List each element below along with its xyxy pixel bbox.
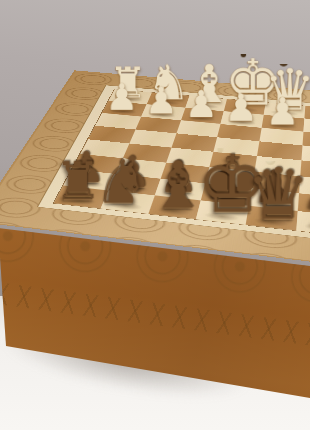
square-g4[interactable] <box>129 130 176 148</box>
piece-shadow <box>267 122 299 130</box>
photo-frame: ♜♞♝♚♛♝♞♜♟♟♟♟♟♟♟♟♟♟♟♟♟♟♟♟♜♞♝♚♛♝♞♜ <box>0 0 310 430</box>
white-rook[interactable]: ♜ <box>109 63 147 102</box>
black-queen[interactable]: ♛ <box>246 161 295 226</box>
square-c3[interactable] <box>302 132 310 150</box>
piece-shadow <box>308 126 310 135</box>
square-h4[interactable] <box>88 126 135 144</box>
white-queen[interactable]: ♛ <box>264 64 303 116</box>
white-bishop[interactable]: ♝ <box>305 70 310 119</box>
square-e8[interactable]: ♚ <box>196 201 249 225</box>
square-h2[interactable]: ♟ <box>102 101 146 117</box>
square-e1[interactable]: ♚ <box>224 99 266 115</box>
square-c8[interactable]: ♝ <box>296 211 310 236</box>
white-knight[interactable]: ♞ <box>147 61 185 105</box>
square-g1[interactable]: ♞ <box>147 93 190 108</box>
square-f3[interactable] <box>176 120 221 137</box>
white-pawn[interactable]: ♟ <box>304 98 310 133</box>
black-king[interactable]: ♚ <box>197 148 246 221</box>
white-pawn[interactable]: ♟ <box>181 87 221 121</box>
square-f1[interactable]: ♝ <box>185 96 227 111</box>
square-d2[interactable]: ♟ <box>262 115 305 132</box>
piece-shadow <box>186 114 218 122</box>
piece-shadow <box>151 99 182 107</box>
square-h3[interactable] <box>95 113 141 130</box>
square-c1[interactable]: ♝ <box>304 106 310 122</box>
piece-shadow <box>229 106 260 114</box>
piece-shadow <box>146 111 178 119</box>
scene: ♜♞♝♚♛♝♞♜♟♟♟♟♟♟♟♟♟♟♟♟♟♟♟♟♜♞♝♚♛♝♞♜ <box>0 0 310 430</box>
piece-shadow <box>309 113 310 121</box>
board-grid: ♜♞♝♚♛♝♞♜♟♟♟♟♟♟♟♟♟♟♟♟♟♟♟♟♜♞♝♚♛♝♞♜ <box>53 89 310 249</box>
square-e2[interactable]: ♟ <box>221 111 264 128</box>
black-rook[interactable]: ♜ <box>54 156 101 205</box>
square-g2[interactable]: ♟ <box>141 104 185 120</box>
white-pawn[interactable]: ♟ <box>262 94 302 129</box>
black-bishop[interactable]: ♝ <box>148 156 196 216</box>
square-g3[interactable] <box>135 116 180 133</box>
white-pawn[interactable]: ♟ <box>221 91 261 125</box>
white-bishop[interactable]: ♝ <box>185 61 224 109</box>
piece-shadow <box>190 102 221 110</box>
square-c2[interactable]: ♟ <box>303 118 310 135</box>
white-pawn[interactable]: ♟ <box>141 84 180 118</box>
square-f8[interactable]: ♝ <box>148 196 201 220</box>
black-bishop[interactable]: ♝ <box>297 171 310 233</box>
piece-shadow <box>226 118 258 126</box>
piece-shadow <box>269 109 300 117</box>
board-top: ♜♞♝♚♛♝♞♜♟♟♟♟♟♟♟♟♟♟♟♟♟♟♟♟♜♞♝♚♛♝♞♜ <box>0 70 310 289</box>
chess-box: ♜♞♝♚♛♝♞♜♟♟♟♟♟♟♟♟♟♟♟♟♟♟♟♟♜♞♝♚♛♝♞♜ <box>0 70 310 289</box>
piece-shadow <box>107 107 139 115</box>
square-d1[interactable]: ♛ <box>264 103 305 119</box>
square-h1[interactable]: ♜ <box>109 89 152 104</box>
black-knight[interactable]: ♞ <box>101 155 149 210</box>
white-king[interactable]: ♚ <box>225 54 264 113</box>
square-f2[interactable]: ♟ <box>181 108 224 124</box>
white-pawn[interactable]: ♟ <box>102 81 141 115</box>
piece-shadow <box>114 96 145 103</box>
